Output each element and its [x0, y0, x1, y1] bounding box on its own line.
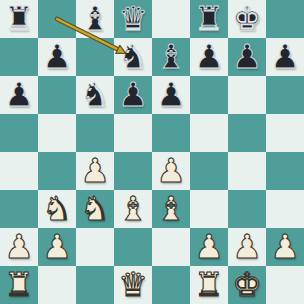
square-f3[interactable]: [190, 190, 228, 228]
square-d6[interactable]: ♟: [114, 76, 152, 114]
square-e1[interactable]: [152, 266, 190, 304]
square-e4[interactable]: ♟: [152, 152, 190, 190]
black-pawn-piece[interactable]: ♟: [0, 76, 38, 114]
square-f2[interactable]: ♟: [190, 228, 228, 266]
square-c3[interactable]: ♞: [76, 190, 114, 228]
black-rook-piece[interactable]: ♜: [190, 0, 228, 38]
square-b2[interactable]: ♟: [38, 228, 76, 266]
square-h8[interactable]: [266, 0, 304, 38]
square-c6[interactable]: ♞: [76, 76, 114, 114]
square-c7[interactable]: [76, 38, 114, 76]
square-f6[interactable]: [190, 76, 228, 114]
white-knight-piece[interactable]: ♞: [76, 190, 114, 228]
black-rook-piece[interactable]: ♜: [0, 0, 38, 38]
black-pawn-piece[interactable]: ♟: [114, 76, 152, 114]
square-f4[interactable]: [190, 152, 228, 190]
square-c8[interactable]: ♝: [76, 0, 114, 38]
square-g6[interactable]: [228, 76, 266, 114]
black-bishop-piece[interactable]: ♝: [152, 38, 190, 76]
square-c1[interactable]: [76, 266, 114, 304]
square-a8[interactable]: ♜: [0, 0, 38, 38]
square-b6[interactable]: [38, 76, 76, 114]
square-b8[interactable]: [38, 0, 76, 38]
white-bishop-piece[interactable]: ♝: [152, 190, 190, 228]
white-queen-piece[interactable]: ♛: [114, 266, 152, 304]
square-f8[interactable]: ♜: [190, 0, 228, 38]
square-d5[interactable]: [114, 114, 152, 152]
white-pawn-piece[interactable]: ♟: [190, 228, 228, 266]
white-pawn-piece[interactable]: ♟: [76, 152, 114, 190]
white-pawn-piece[interactable]: ♟: [228, 228, 266, 266]
square-c5[interactable]: [76, 114, 114, 152]
black-knight-piece[interactable]: ♞: [114, 38, 152, 76]
black-pawn-piece[interactable]: ♟: [152, 76, 190, 114]
square-h1[interactable]: [266, 266, 304, 304]
square-e7[interactable]: ♝: [152, 38, 190, 76]
square-d8[interactable]: ♛: [114, 0, 152, 38]
square-e6[interactable]: ♟: [152, 76, 190, 114]
black-pawn-piece[interactable]: ♟: [228, 38, 266, 76]
square-e2[interactable]: [152, 228, 190, 266]
square-a7[interactable]: [0, 38, 38, 76]
square-h6[interactable]: [266, 76, 304, 114]
square-b3[interactable]: ♞: [38, 190, 76, 228]
black-king-piece[interactable]: ♚: [228, 0, 266, 38]
square-c2[interactable]: [76, 228, 114, 266]
square-a6[interactable]: ♟: [0, 76, 38, 114]
square-f5[interactable]: [190, 114, 228, 152]
square-a1[interactable]: ♜: [0, 266, 38, 304]
square-a4[interactable]: [0, 152, 38, 190]
white-rook-piece[interactable]: ♜: [0, 266, 38, 304]
square-h2[interactable]: ♟: [266, 228, 304, 266]
square-a2[interactable]: ♟: [0, 228, 38, 266]
square-g1[interactable]: ♚: [228, 266, 266, 304]
square-h4[interactable]: [266, 152, 304, 190]
white-bishop-piece[interactable]: ♝: [114, 190, 152, 228]
square-e3[interactable]: ♝: [152, 190, 190, 228]
black-queen-piece[interactable]: ♛: [114, 0, 152, 38]
square-d7[interactable]: ♞: [114, 38, 152, 76]
square-a5[interactable]: [0, 114, 38, 152]
square-d1[interactable]: ♛: [114, 266, 152, 304]
square-d3[interactable]: ♝: [114, 190, 152, 228]
square-d2[interactable]: [114, 228, 152, 266]
white-knight-piece[interactable]: ♞: [38, 190, 76, 228]
square-b7[interactable]: ♟: [38, 38, 76, 76]
square-b1[interactable]: [38, 266, 76, 304]
square-g3[interactable]: [228, 190, 266, 228]
white-rook-piece[interactable]: ♜: [190, 266, 228, 304]
board-grid: ♜♝♛♜♚♟♞♝♟♟♟♟♞♟♟♟♟♞♞♝♝♟♟♟♟♟♜♛♜♚: [0, 0, 304, 304]
square-g4[interactable]: [228, 152, 266, 190]
black-pawn-piece[interactable]: ♟: [266, 38, 304, 76]
white-pawn-piece[interactable]: ♟: [266, 228, 304, 266]
square-b4[interactable]: [38, 152, 76, 190]
square-b5[interactable]: [38, 114, 76, 152]
square-c4[interactable]: ♟: [76, 152, 114, 190]
black-pawn-piece[interactable]: ♟: [38, 38, 76, 76]
black-pawn-piece[interactable]: ♟: [190, 38, 228, 76]
white-pawn-piece[interactable]: ♟: [0, 228, 38, 266]
square-h5[interactable]: [266, 114, 304, 152]
square-h7[interactable]: ♟: [266, 38, 304, 76]
square-e8[interactable]: [152, 0, 190, 38]
square-d4[interactable]: [114, 152, 152, 190]
square-g2[interactable]: ♟: [228, 228, 266, 266]
white-pawn-piece[interactable]: ♟: [38, 228, 76, 266]
chess-board: ♜♝♛♜♚♟♞♝♟♟♟♟♞♟♟♟♟♞♞♝♝♟♟♟♟♟♜♛♜♚: [0, 0, 304, 304]
square-f7[interactable]: ♟: [190, 38, 228, 76]
square-g5[interactable]: [228, 114, 266, 152]
black-knight-piece[interactable]: ♞: [76, 76, 114, 114]
square-g7[interactable]: ♟: [228, 38, 266, 76]
square-a3[interactable]: [0, 190, 38, 228]
white-king-piece[interactable]: ♚: [228, 266, 266, 304]
black-bishop-piece[interactable]: ♝: [76, 0, 114, 38]
white-pawn-piece[interactable]: ♟: [152, 152, 190, 190]
square-e5[interactable]: [152, 114, 190, 152]
square-f1[interactable]: ♜: [190, 266, 228, 304]
square-h3[interactable]: [266, 190, 304, 228]
square-g8[interactable]: ♚: [228, 0, 266, 38]
